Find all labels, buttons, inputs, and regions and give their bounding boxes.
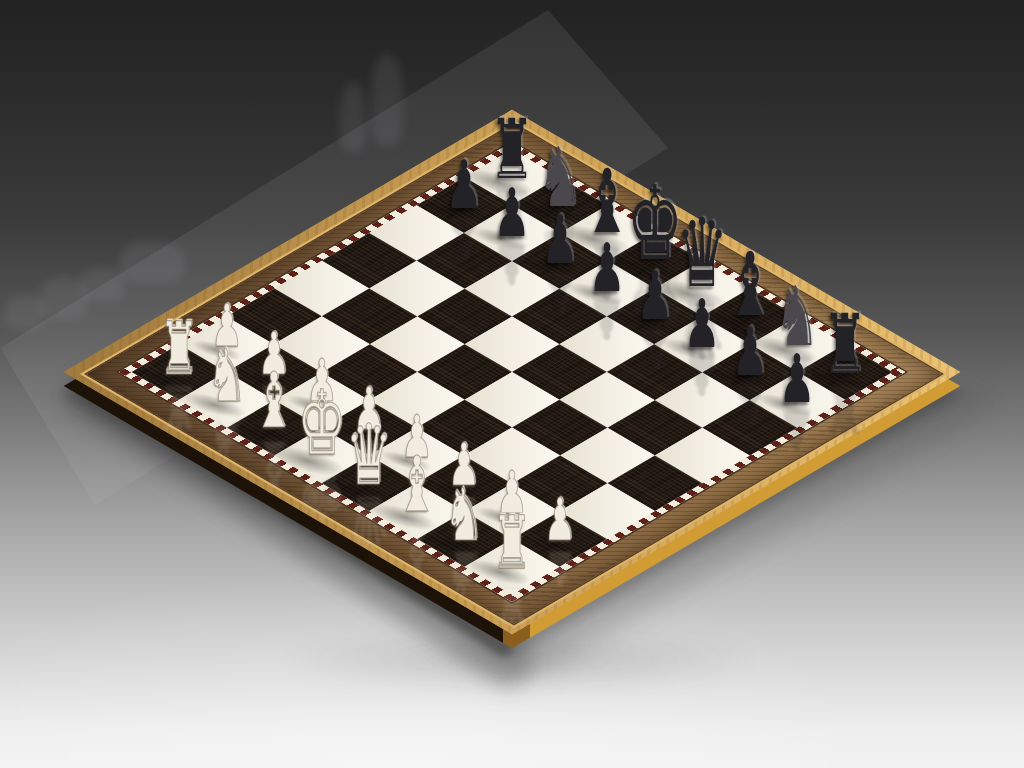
piece-glyph: ♟: [586, 252, 629, 300]
piece-glyph: ♜: [818, 324, 871, 383]
piece-silhouette-shadow: [371, 54, 403, 146]
piece-glyph: ♟: [538, 224, 581, 272]
piece-glyph: ♟: [728, 335, 771, 383]
piece-glyph: ♛: [342, 435, 396, 495]
piece-glyph: ♟: [490, 196, 533, 244]
scene: ♜♜♞♞♝♝♛♛♚♚♝♝♞♞♜♜♟♟♟♟♟♟♟♟♟♟♟♟♟♟♟♟♟♟♟♟♟♟♟♟…: [0, 0, 1024, 768]
piece-silhouette-shadow: [80, 267, 124, 301]
piece-silhouette-shadow: [340, 83, 366, 153]
piece-glyph: ♟: [443, 168, 486, 216]
piece-glyph: ♟: [541, 508, 579, 550]
piece-glyph: ♝: [250, 384, 299, 439]
piece-glyph: ♟: [681, 307, 724, 355]
piece-silhouette-shadow: [119, 241, 185, 283]
piece-glyph: ♜: [156, 331, 203, 383]
piece-glyph: ♟: [633, 279, 676, 327]
piece-glyph: ♟: [776, 363, 819, 411]
piece-glyph: ♝: [392, 467, 441, 522]
piece-glyph: ♞: [441, 498, 488, 550]
piece-glyph: ♜: [489, 526, 536, 578]
piece-glyph: ♞: [203, 359, 250, 411]
